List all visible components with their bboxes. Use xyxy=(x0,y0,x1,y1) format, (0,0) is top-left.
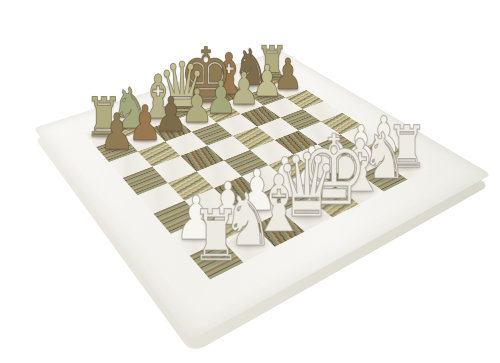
product-photo: ♜♞♝♛♚♝♞♜♟♟♟♟♟♟♟♟♟♟♟♟♟♟♟♟♜♞♝♛♚♝♞♜ xyxy=(0,0,500,363)
square-c2 xyxy=(233,193,282,225)
square-g2 xyxy=(338,149,384,175)
perspective-container xyxy=(0,0,500,363)
chess-board xyxy=(33,50,491,340)
square-b2 xyxy=(203,206,253,240)
square-f2 xyxy=(314,159,360,186)
